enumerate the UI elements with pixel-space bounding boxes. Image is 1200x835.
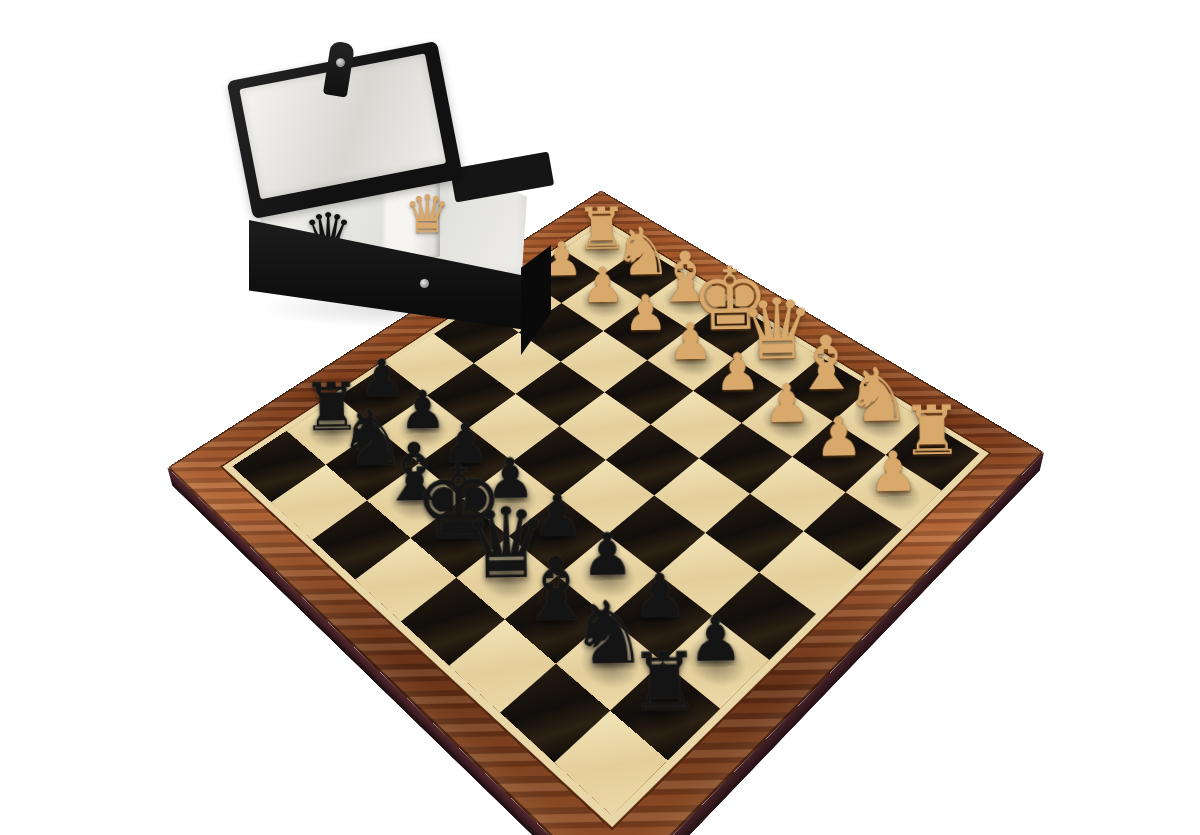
- snap-button-icon: [420, 279, 429, 288]
- board-square: [232, 431, 325, 502]
- spare-white-queen-piece: ♛: [404, 188, 451, 240]
- board-square: [449, 620, 556, 713]
- board-square: [804, 492, 902, 571]
- board-square: [705, 494, 803, 573]
- board-square: [654, 458, 750, 533]
- snap-button-icon: [335, 58, 345, 68]
- board-stage: ♜♞♝♚♛♝♞♜♟♟♟♟♟♟♟♟♟♟♟♟♟♟♟♟♜♞♝♚♛♝♞♜: [0, 0, 1200, 835]
- white-pawn-piece: ♟: [814, 410, 863, 465]
- chess-set-photo: ♜♞♝♚♛♝♞♜♟♟♟♟♟♟♟♟♟♟♟♟♟♟♟♟♜♞♝♚♛♝♞♜ ♛ ♛: [0, 0, 1200, 835]
- board-square: [271, 465, 367, 540]
